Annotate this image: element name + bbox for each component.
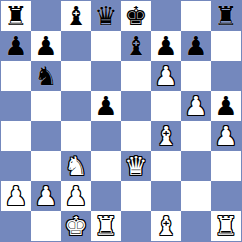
square-d1[interactable]: ♜ bbox=[91, 211, 121, 241]
piece-white-bishop: ♝ bbox=[151, 211, 181, 241]
square-f7[interactable]: ♟ bbox=[151, 31, 181, 61]
square-c3[interactable]: ♞ bbox=[61, 151, 91, 181]
square-f2[interactable] bbox=[151, 181, 181, 211]
square-h6[interactable] bbox=[211, 61, 241, 91]
square-a6[interactable] bbox=[1, 61, 31, 91]
square-h7[interactable] bbox=[211, 31, 241, 61]
piece-black-bishop: ♝ bbox=[121, 31, 151, 61]
piece-white-rook: ♜ bbox=[91, 211, 121, 241]
square-e1[interactable] bbox=[121, 211, 151, 241]
square-a8[interactable]: ♜ bbox=[1, 1, 31, 31]
square-e6[interactable] bbox=[121, 61, 151, 91]
piece-black-king: ♚ bbox=[121, 1, 151, 31]
square-b5[interactable] bbox=[31, 91, 61, 121]
square-g3[interactable] bbox=[181, 151, 211, 181]
square-g2[interactable] bbox=[181, 181, 211, 211]
piece-white-pawn: ♟ bbox=[211, 121, 241, 151]
piece-white-rook: ♜ bbox=[211, 211, 241, 241]
piece-black-pawn: ♟ bbox=[151, 31, 181, 61]
piece-black-pawn: ♟ bbox=[31, 31, 61, 61]
square-b2[interactable]: ♟ bbox=[31, 181, 61, 211]
piece-white-pawn: ♟ bbox=[151, 61, 181, 91]
square-g8[interactable] bbox=[181, 1, 211, 31]
square-d2[interactable] bbox=[91, 181, 121, 211]
square-c7[interactable] bbox=[61, 31, 91, 61]
square-e4[interactable] bbox=[121, 121, 151, 151]
square-g4[interactable] bbox=[181, 121, 211, 151]
square-f4[interactable]: ♝ bbox=[151, 121, 181, 151]
piece-white-pawn: ♟ bbox=[1, 181, 31, 211]
square-a5[interactable] bbox=[1, 91, 31, 121]
square-c6[interactable] bbox=[61, 61, 91, 91]
square-h8[interactable]: ♜ bbox=[211, 1, 241, 31]
piece-black-pawn: ♟ bbox=[1, 31, 31, 61]
square-f8[interactable] bbox=[151, 1, 181, 31]
square-e2[interactable] bbox=[121, 181, 151, 211]
square-e7[interactable]: ♝ bbox=[121, 31, 151, 61]
square-g5[interactable]: ♟ bbox=[181, 91, 211, 121]
square-b8[interactable] bbox=[31, 1, 61, 31]
square-d3[interactable] bbox=[91, 151, 121, 181]
piece-black-pawn: ♟ bbox=[91, 91, 121, 121]
square-f6[interactable]: ♟ bbox=[151, 61, 181, 91]
square-b7[interactable]: ♟ bbox=[31, 31, 61, 61]
square-d7[interactable] bbox=[91, 31, 121, 61]
piece-black-bishop: ♝ bbox=[61, 1, 91, 31]
square-f1[interactable]: ♝ bbox=[151, 211, 181, 241]
piece-white-pawn: ♟ bbox=[61, 181, 91, 211]
square-g7[interactable]: ♟ bbox=[181, 31, 211, 61]
square-b4[interactable] bbox=[31, 121, 61, 151]
square-h2[interactable] bbox=[211, 181, 241, 211]
square-b6[interactable]: ♞ bbox=[31, 61, 61, 91]
square-h3[interactable] bbox=[211, 151, 241, 181]
piece-black-queen: ♛ bbox=[91, 1, 121, 31]
piece-black-pawn: ♟ bbox=[211, 91, 241, 121]
piece-white-bishop: ♝ bbox=[151, 121, 181, 151]
square-c2[interactable]: ♟ bbox=[61, 181, 91, 211]
piece-white-queen: ♛ bbox=[121, 151, 151, 181]
piece-white-pawn: ♟ bbox=[31, 181, 61, 211]
square-a7[interactable]: ♟ bbox=[1, 31, 31, 61]
square-d6[interactable] bbox=[91, 61, 121, 91]
square-f3[interactable] bbox=[151, 151, 181, 181]
square-c5[interactable] bbox=[61, 91, 91, 121]
square-a4[interactable] bbox=[1, 121, 31, 151]
square-h4[interactable]: ♟ bbox=[211, 121, 241, 151]
square-h5[interactable]: ♟ bbox=[211, 91, 241, 121]
square-e5[interactable] bbox=[121, 91, 151, 121]
square-b3[interactable] bbox=[31, 151, 61, 181]
square-d4[interactable] bbox=[91, 121, 121, 151]
square-g1[interactable] bbox=[181, 211, 211, 241]
square-a1[interactable] bbox=[1, 211, 31, 241]
piece-black-rook: ♜ bbox=[211, 1, 241, 31]
piece-white-king: ♚ bbox=[61, 211, 91, 241]
square-d8[interactable]: ♛ bbox=[91, 1, 121, 31]
square-d5[interactable]: ♟ bbox=[91, 91, 121, 121]
square-a2[interactable]: ♟ bbox=[1, 181, 31, 211]
square-f5[interactable] bbox=[151, 91, 181, 121]
square-e8[interactable]: ♚ bbox=[121, 1, 151, 31]
square-b1[interactable] bbox=[31, 211, 61, 241]
square-h1[interactable]: ♜ bbox=[211, 211, 241, 241]
piece-black-rook: ♜ bbox=[1, 1, 31, 31]
square-a3[interactable] bbox=[1, 151, 31, 181]
piece-black-pawn: ♟ bbox=[181, 31, 211, 61]
piece-white-knight: ♞ bbox=[61, 151, 91, 181]
piece-black-knight: ♞ bbox=[31, 61, 61, 91]
square-e3[interactable]: ♛ bbox=[121, 151, 151, 181]
square-c1[interactable]: ♚ bbox=[61, 211, 91, 241]
square-c8[interactable]: ♝ bbox=[61, 1, 91, 31]
piece-white-pawn: ♟ bbox=[181, 91, 211, 121]
square-g6[interactable] bbox=[181, 61, 211, 91]
square-c4[interactable] bbox=[61, 121, 91, 151]
chess-board: ♜♝♛♚♜♟♟♝♟♟♞♟♟♟♟♝♟♞♛♟♟♟♚♜♝♜ bbox=[0, 0, 242, 242]
